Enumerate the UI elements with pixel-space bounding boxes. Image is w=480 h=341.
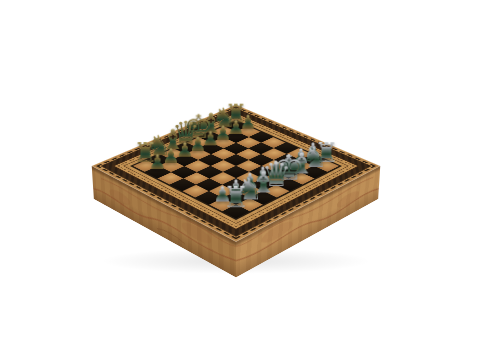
board-square — [224, 121, 248, 132]
board-square — [263, 185, 290, 198]
piece-black-knight: ♞ — [141, 132, 177, 160]
board-square — [133, 160, 159, 172]
piece-black-pawn: ♟ — [231, 113, 265, 132]
piece-black-queen: ♛ — [168, 117, 203, 148]
piece-black-knight: ♞ — [207, 105, 241, 131]
board-square — [287, 148, 312, 160]
board-square — [147, 154, 173, 166]
board-square — [250, 191, 277, 204]
board-square — [223, 154, 249, 166]
board-square — [209, 185, 236, 198]
board-square — [313, 160, 339, 172]
board-square — [212, 126, 236, 137]
board-square — [195, 191, 222, 204]
board-square — [224, 132, 249, 143]
piece-black-bishop: ♝ — [155, 127, 190, 154]
board-square — [173, 143, 198, 154]
board-square — [222, 205, 250, 219]
board-square — [248, 132, 273, 143]
piece-black-pawn: ♟ — [206, 123, 241, 142]
board-square — [236, 172, 262, 185]
board-square — [300, 154, 326, 166]
product-photo: Overhead-angle product photo of a chest-… — [0, 0, 480, 341]
board-square — [236, 137, 261, 148]
chess-board-box: ♜♞♝♛♚♝♞♜♟♟♟♟♟♟♟♟♟♟♟♟♟♟♟♟♜♞♝♛♚♝♞♜ — [92, 105, 380, 242]
board-square — [211, 137, 236, 148]
board-square — [236, 185, 263, 198]
board-square — [210, 172, 236, 185]
piece-black-bishop: ♝ — [194, 110, 228, 137]
board-square — [236, 198, 263, 212]
board-square — [236, 126, 260, 137]
board-square — [274, 143, 299, 154]
board-square — [262, 172, 288, 185]
piece-black-king: ♚ — [181, 110, 216, 143]
board-square — [199, 132, 224, 143]
piece-black-pawn: ♟ — [219, 118, 253, 137]
piece-white-pawn: ♟ — [244, 164, 281, 185]
board-square — [223, 178, 250, 191]
piece-black-rook: ♜ — [219, 101, 253, 126]
